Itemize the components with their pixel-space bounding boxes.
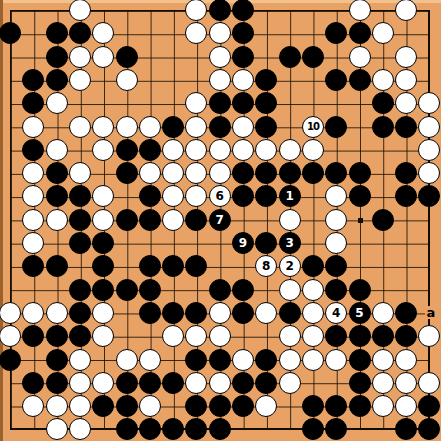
black-stone xyxy=(395,302,417,324)
black-stone xyxy=(116,395,138,417)
white-stone: 6 xyxy=(209,185,231,207)
black-stone xyxy=(418,185,440,207)
black-stone xyxy=(0,349,21,371)
black-stone xyxy=(162,372,184,394)
white-stone xyxy=(372,372,394,394)
black-stone xyxy=(139,255,161,277)
black-stone xyxy=(209,92,231,114)
white-stone xyxy=(418,372,440,394)
black-stone xyxy=(162,116,184,138)
white-stone xyxy=(302,279,324,301)
white-stone xyxy=(325,349,347,371)
white-stone xyxy=(279,139,301,161)
black-stone xyxy=(162,418,184,440)
point-label-a: a xyxy=(425,306,436,319)
black-stone xyxy=(279,302,301,324)
white-stone xyxy=(69,372,91,394)
black-stone xyxy=(209,395,231,417)
black-stone xyxy=(302,395,324,417)
white-stone xyxy=(395,349,417,371)
white-stone xyxy=(209,302,231,324)
white-stone xyxy=(349,46,371,68)
black-stone xyxy=(349,372,371,394)
black-stone xyxy=(69,232,91,254)
white-stone xyxy=(92,46,114,68)
white-stone xyxy=(92,302,114,324)
black-stone xyxy=(279,46,301,68)
black-stone: 9 xyxy=(232,232,254,254)
white-stone xyxy=(46,209,68,231)
black-stone xyxy=(349,162,371,184)
black-stone xyxy=(46,46,68,68)
black-stone xyxy=(92,279,114,301)
white-stone xyxy=(92,116,114,138)
black-stone xyxy=(116,162,138,184)
white-stone xyxy=(349,0,371,21)
black-stone xyxy=(232,372,254,394)
white-stone xyxy=(395,372,417,394)
white-stone xyxy=(395,69,417,91)
black-stone xyxy=(232,395,254,417)
white-stone xyxy=(116,349,138,371)
white-stone xyxy=(69,116,91,138)
black-stone xyxy=(325,279,347,301)
white-stone xyxy=(209,46,231,68)
black-stone xyxy=(372,116,394,138)
white-stone xyxy=(46,302,68,324)
black-stone: 3 xyxy=(279,232,301,254)
white-stone xyxy=(162,209,184,231)
white-stone xyxy=(395,46,417,68)
go-diagram: 10617938245a xyxy=(0,0,441,441)
white-stone xyxy=(92,139,114,161)
move-number: 6 xyxy=(216,190,224,202)
black-stone xyxy=(162,302,184,324)
white-stone xyxy=(418,325,440,347)
move-number: 2 xyxy=(285,260,293,272)
black-stone xyxy=(395,418,417,440)
black-stone xyxy=(116,372,138,394)
black-stone xyxy=(232,0,254,21)
white-stone xyxy=(302,325,324,347)
black-stone xyxy=(185,349,207,371)
black-stone xyxy=(185,209,207,231)
move-number: 9 xyxy=(239,237,247,249)
white-stone xyxy=(372,302,394,324)
black-stone xyxy=(139,372,161,394)
white-stone xyxy=(232,139,254,161)
white-stone xyxy=(69,46,91,68)
black-stone xyxy=(349,69,371,91)
black-stone: 7 xyxy=(209,209,231,231)
black-stone xyxy=(116,279,138,301)
white-stone xyxy=(92,372,114,394)
white-stone: 10 xyxy=(302,116,324,138)
white-stone xyxy=(279,209,301,231)
black-stone xyxy=(372,209,394,231)
black-stone xyxy=(209,279,231,301)
white-stone xyxy=(185,116,207,138)
white-stone xyxy=(372,69,394,91)
black-stone xyxy=(139,302,161,324)
white-stone xyxy=(139,116,161,138)
black-stone xyxy=(232,46,254,68)
black-stone xyxy=(349,325,371,347)
black-stone xyxy=(69,302,91,324)
white-stone xyxy=(418,139,440,161)
white-stone xyxy=(116,69,138,91)
white-stone xyxy=(209,22,231,44)
white-stone xyxy=(232,116,254,138)
black-stone xyxy=(116,46,138,68)
white-stone xyxy=(209,372,231,394)
black-stone xyxy=(46,372,68,394)
black-stone xyxy=(69,209,91,231)
black-stone xyxy=(325,418,347,440)
black-stone xyxy=(116,139,138,161)
black-stone xyxy=(279,162,301,184)
black-stone xyxy=(349,279,371,301)
white-stone xyxy=(139,349,161,371)
white-stone xyxy=(232,69,254,91)
black-stone xyxy=(46,69,68,91)
move-number: 4 xyxy=(332,307,340,319)
white-stone xyxy=(302,139,324,161)
white-stone xyxy=(69,0,91,21)
move-number: 10 xyxy=(307,122,319,132)
black-stone xyxy=(302,418,324,440)
black-stone xyxy=(46,185,68,207)
white-stone xyxy=(372,349,394,371)
white-stone xyxy=(116,116,138,138)
white-stone xyxy=(69,69,91,91)
black-stone xyxy=(255,116,277,138)
black-stone xyxy=(139,418,161,440)
white-stone xyxy=(372,395,394,417)
white-stone xyxy=(325,209,347,231)
black-stone xyxy=(349,395,371,417)
white-stone xyxy=(279,325,301,347)
white-stone xyxy=(418,162,440,184)
white-stone xyxy=(139,162,161,184)
white-stone xyxy=(209,139,231,161)
black-stone xyxy=(372,325,394,347)
black-stone xyxy=(69,325,91,347)
black-stone xyxy=(255,372,277,394)
black-stone xyxy=(185,418,207,440)
white-stone xyxy=(372,22,394,44)
black-stone xyxy=(209,116,231,138)
black-stone xyxy=(349,349,371,371)
black-stone xyxy=(139,209,161,231)
black-stone xyxy=(46,255,68,277)
black-stone xyxy=(349,185,371,207)
move-number: 7 xyxy=(216,214,224,226)
white-stone: 4 xyxy=(325,302,347,324)
white-stone xyxy=(279,279,301,301)
white-stone xyxy=(162,139,184,161)
white-stone xyxy=(22,209,44,231)
black-stone xyxy=(372,92,394,114)
black-stone xyxy=(232,162,254,184)
black-stone xyxy=(46,22,68,44)
black-stone xyxy=(302,162,324,184)
white-stone xyxy=(69,395,91,417)
white-stone xyxy=(46,395,68,417)
white-stone xyxy=(69,418,91,440)
black-stone xyxy=(116,418,138,440)
white-stone xyxy=(92,209,114,231)
black-stone xyxy=(22,139,44,161)
white-stone: 2 xyxy=(279,255,301,277)
white-stone xyxy=(255,139,277,161)
black-stone xyxy=(46,349,68,371)
black-stone xyxy=(69,279,91,301)
white-stone xyxy=(302,349,324,371)
white-stone xyxy=(209,325,231,347)
white-stone xyxy=(46,139,68,161)
white-stone xyxy=(46,92,68,114)
white-stone xyxy=(0,302,21,324)
black-stone xyxy=(325,69,347,91)
white-stone xyxy=(209,162,231,184)
white-stone xyxy=(69,349,91,371)
black-stone xyxy=(302,46,324,68)
black-stone: 1 xyxy=(279,185,301,207)
white-stone xyxy=(232,349,254,371)
white-stone xyxy=(418,92,440,114)
white-stone xyxy=(279,372,301,394)
black-stone xyxy=(325,116,347,138)
move-number: 1 xyxy=(285,190,293,202)
black-stone xyxy=(349,22,371,44)
black-stone xyxy=(46,325,68,347)
black-stone xyxy=(418,418,440,440)
black-stone: 5 xyxy=(349,302,371,324)
board-frame-left-edge xyxy=(0,0,3,441)
black-stone xyxy=(395,116,417,138)
white-stone xyxy=(279,349,301,371)
white-stone xyxy=(302,302,324,324)
black-stone xyxy=(209,349,231,371)
white-stone xyxy=(46,418,68,440)
black-stone xyxy=(209,0,231,21)
black-stone xyxy=(116,209,138,231)
black-stone xyxy=(232,302,254,324)
black-stone xyxy=(46,162,68,184)
star-point xyxy=(358,218,363,223)
white-stone xyxy=(209,69,231,91)
white-stone xyxy=(139,395,161,417)
white-stone xyxy=(69,162,91,184)
move-number: 8 xyxy=(262,260,270,272)
black-stone xyxy=(255,349,277,371)
move-number: 3 xyxy=(285,237,293,249)
black-stone xyxy=(139,139,161,161)
black-stone xyxy=(22,372,44,394)
black-stone xyxy=(418,395,440,417)
black-stone xyxy=(232,279,254,301)
go-board[interactable]: 10617938245a xyxy=(0,0,441,441)
black-stone xyxy=(139,279,161,301)
white-stone xyxy=(418,116,440,138)
black-stone xyxy=(209,418,231,440)
move-number: 5 xyxy=(355,307,363,319)
white-stone xyxy=(22,116,44,138)
